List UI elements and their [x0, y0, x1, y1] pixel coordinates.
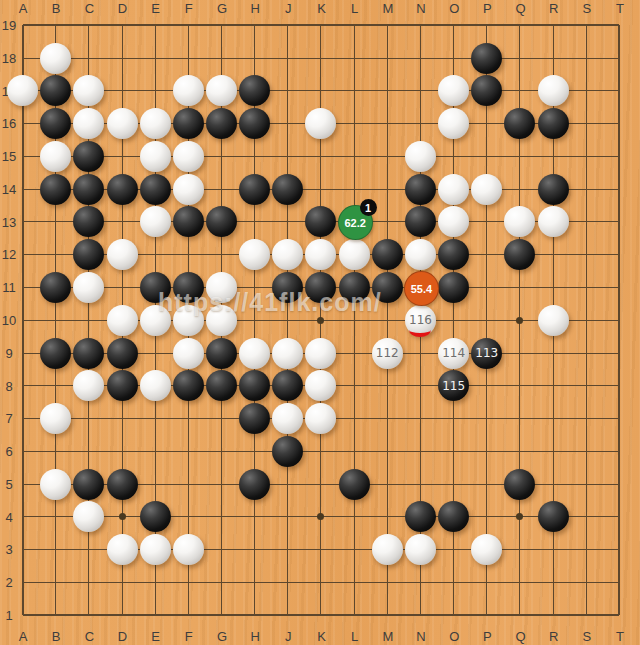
intersection-D12[interactable] [105, 238, 138, 271]
intersection-C1[interactable] [72, 599, 105, 632]
intersection-T5[interactable] [603, 468, 636, 501]
intersection-L15[interactable] [338, 140, 371, 173]
intersection-P16[interactable] [470, 107, 503, 140]
intersection-L13[interactable]: 62.21 [338, 206, 371, 239]
intersection-K7[interactable] [304, 402, 337, 435]
intersection-C2[interactable] [72, 566, 105, 599]
intersection-S8[interactable] [570, 369, 603, 402]
intersection-M18[interactable] [371, 42, 404, 75]
intersection-Q16[interactable] [503, 107, 536, 140]
intersection-J10[interactable] [271, 304, 304, 337]
intersection-H8[interactable] [238, 369, 271, 402]
intersection-O15[interactable] [437, 140, 470, 173]
intersection-O16[interactable] [437, 107, 470, 140]
intersection-D5[interactable] [105, 468, 138, 501]
intersection-M9[interactable]: 112 [371, 337, 404, 370]
ai-suggestion-green-L13[interactable]: 62.21 [338, 205, 373, 240]
intersection-N17[interactable] [404, 75, 437, 108]
intersection-C17[interactable] [72, 75, 105, 108]
intersection-E6[interactable] [139, 435, 172, 468]
intersection-E7[interactable] [139, 402, 172, 435]
intersection-F16[interactable] [172, 107, 205, 140]
intersection-S2[interactable] [570, 566, 603, 599]
intersection-J17[interactable] [271, 75, 304, 108]
intersection-C4[interactable] [72, 500, 105, 533]
ai-suggestion-orange-N11[interactable]: 55.4 [404, 271, 439, 306]
intersection-O6[interactable] [437, 435, 470, 468]
intersection-R3[interactable] [537, 533, 570, 566]
intersection-T16[interactable] [603, 107, 636, 140]
intersection-F7[interactable] [172, 402, 205, 435]
intersection-B15[interactable] [39, 140, 72, 173]
intersection-N4[interactable] [404, 500, 437, 533]
intersection-B14[interactable] [39, 173, 72, 206]
intersection-R12[interactable] [537, 238, 570, 271]
intersection-S3[interactable] [570, 533, 603, 566]
intersection-E15[interactable] [139, 140, 172, 173]
intersection-B1[interactable] [39, 599, 72, 632]
intersection-K14[interactable] [304, 173, 337, 206]
intersection-G17[interactable] [205, 75, 238, 108]
intersection-F15[interactable] [172, 140, 205, 173]
intersection-M15[interactable] [371, 140, 404, 173]
intersection-G2[interactable] [205, 566, 238, 599]
intersection-L17[interactable] [338, 75, 371, 108]
intersection-Q8[interactable] [503, 369, 536, 402]
intersection-H1[interactable] [238, 599, 271, 632]
intersection-D1[interactable] [105, 599, 138, 632]
intersection-M1[interactable] [371, 599, 404, 632]
intersection-T6[interactable] [603, 435, 636, 468]
intersection-B11[interactable] [39, 271, 72, 304]
intersection-B6[interactable] [39, 435, 72, 468]
intersection-H3[interactable] [238, 533, 271, 566]
intersection-E16[interactable] [139, 107, 172, 140]
intersection-H16[interactable] [238, 107, 271, 140]
intersection-P10[interactable] [470, 304, 503, 337]
intersection-G15[interactable] [205, 140, 238, 173]
intersection-P9[interactable]: 113 [470, 337, 503, 370]
intersection-R5[interactable] [537, 468, 570, 501]
intersection-P8[interactable] [470, 369, 503, 402]
intersection-D14[interactable] [105, 173, 138, 206]
intersection-K2[interactable] [304, 566, 337, 599]
intersection-T7[interactable] [603, 402, 636, 435]
intersection-S7[interactable] [570, 402, 603, 435]
intersection-T17[interactable] [603, 75, 636, 108]
intersection-E14[interactable] [139, 173, 172, 206]
intersection-N10[interactable]: 116 [404, 304, 437, 337]
intersection-T10[interactable] [603, 304, 636, 337]
intersection-S12[interactable] [570, 238, 603, 271]
intersection-C16[interactable] [72, 107, 105, 140]
intersection-L6[interactable] [338, 435, 371, 468]
intersection-S15[interactable] [570, 140, 603, 173]
intersection-D13[interactable] [105, 206, 138, 239]
intersection-E8[interactable] [139, 369, 172, 402]
intersection-Q18[interactable] [503, 42, 536, 75]
intersection-L11[interactable] [338, 271, 371, 304]
intersection-K18[interactable] [304, 42, 337, 75]
intersection-P7[interactable] [470, 402, 503, 435]
intersection-G3[interactable] [205, 533, 238, 566]
intersection-F10[interactable] [172, 304, 205, 337]
intersection-T2[interactable] [603, 566, 636, 599]
intersection-F14[interactable] [172, 173, 205, 206]
intersection-J7[interactable] [271, 402, 304, 435]
intersection-L8[interactable] [338, 369, 371, 402]
intersection-Q10[interactable] [503, 304, 536, 337]
intersection-N3[interactable] [404, 533, 437, 566]
intersection-K13[interactable] [304, 206, 337, 239]
intersection-N18[interactable] [404, 42, 437, 75]
intersection-R1[interactable] [537, 599, 570, 632]
intersection-D9[interactable] [105, 337, 138, 370]
intersection-L4[interactable] [338, 500, 371, 533]
intersection-C11[interactable] [72, 271, 105, 304]
intersection-T14[interactable] [603, 173, 636, 206]
intersection-O1[interactable] [437, 599, 470, 632]
intersection-B18[interactable] [39, 42, 72, 75]
intersection-M3[interactable] [371, 533, 404, 566]
intersection-L2[interactable] [338, 566, 371, 599]
intersection-C10[interactable] [72, 304, 105, 337]
intersection-P1[interactable] [470, 599, 503, 632]
intersection-O9[interactable]: 114 [437, 337, 470, 370]
intersection-B12[interactable] [39, 238, 72, 271]
intersection-B5[interactable] [39, 468, 72, 501]
intersection-C7[interactable] [72, 402, 105, 435]
intersection-Q4[interactable] [503, 500, 536, 533]
intersection-P5[interactable] [470, 468, 503, 501]
intersection-C3[interactable] [72, 533, 105, 566]
intersection-N1[interactable] [404, 599, 437, 632]
intersection-L1[interactable] [338, 599, 371, 632]
intersection-F13[interactable] [172, 206, 205, 239]
intersection-J15[interactable] [271, 140, 304, 173]
intersection-R6[interactable] [537, 435, 570, 468]
intersection-Q15[interactable] [503, 140, 536, 173]
intersection-E11[interactable] [139, 271, 172, 304]
intersection-O4[interactable] [437, 500, 470, 533]
intersection-N6[interactable] [404, 435, 437, 468]
intersection-H11[interactable] [238, 271, 271, 304]
intersection-L16[interactable] [338, 107, 371, 140]
intersection-B8[interactable] [39, 369, 72, 402]
intersection-O3[interactable] [437, 533, 470, 566]
intersection-E17[interactable] [139, 75, 172, 108]
intersection-K4[interactable] [304, 500, 337, 533]
intersection-E5[interactable] [139, 468, 172, 501]
intersection-H10[interactable] [238, 304, 271, 337]
intersection-F18[interactable] [172, 42, 205, 75]
intersection-J12[interactable] [271, 238, 304, 271]
intersection-O18[interactable] [437, 42, 470, 75]
intersection-O8[interactable]: 115 [437, 369, 470, 402]
intersection-O5[interactable] [437, 468, 470, 501]
intersection-F3[interactable] [172, 533, 205, 566]
intersection-T15[interactable] [603, 140, 636, 173]
intersection-R14[interactable] [537, 173, 570, 206]
intersection-K16[interactable] [304, 107, 337, 140]
intersection-J3[interactable] [271, 533, 304, 566]
intersection-O12[interactable] [437, 238, 470, 271]
intersection-F6[interactable] [172, 435, 205, 468]
intersection-H7[interactable] [238, 402, 271, 435]
intersection-M6[interactable] [371, 435, 404, 468]
intersection-T8[interactable] [603, 369, 636, 402]
intersection-J5[interactable] [271, 468, 304, 501]
intersection-Q7[interactable] [503, 402, 536, 435]
intersection-C6[interactable] [72, 435, 105, 468]
intersection-K12[interactable] [304, 238, 337, 271]
intersection-N13[interactable] [404, 206, 437, 239]
intersection-S16[interactable] [570, 107, 603, 140]
intersection-L12[interactable] [338, 238, 371, 271]
intersection-R11[interactable] [537, 271, 570, 304]
intersection-D4[interactable] [105, 500, 138, 533]
intersection-N11[interactable]: 55.4 [404, 271, 437, 304]
intersection-G6[interactable] [205, 435, 238, 468]
intersection-T18[interactable] [603, 42, 636, 75]
intersection-D18[interactable] [105, 42, 138, 75]
intersection-H17[interactable] [238, 75, 271, 108]
intersection-M17[interactable] [371, 75, 404, 108]
intersection-G8[interactable] [205, 369, 238, 402]
intersection-H12[interactable] [238, 238, 271, 271]
intersection-N2[interactable] [404, 566, 437, 599]
intersection-O11[interactable] [437, 271, 470, 304]
intersection-M8[interactable] [371, 369, 404, 402]
intersection-G12[interactable] [205, 238, 238, 271]
intersection-M5[interactable] [371, 468, 404, 501]
intersection-D7[interactable] [105, 402, 138, 435]
intersection-O17[interactable] [437, 75, 470, 108]
intersection-F2[interactable] [172, 566, 205, 599]
intersection-B10[interactable] [39, 304, 72, 337]
intersection-T4[interactable] [603, 500, 636, 533]
intersection-S14[interactable] [570, 173, 603, 206]
intersection-C14[interactable] [72, 173, 105, 206]
intersection-Q2[interactable] [503, 566, 536, 599]
intersection-S9[interactable] [570, 337, 603, 370]
intersection-T3[interactable] [603, 533, 636, 566]
intersection-M11[interactable] [371, 271, 404, 304]
intersection-J4[interactable] [271, 500, 304, 533]
intersection-E10[interactable] [139, 304, 172, 337]
intersection-C9[interactable] [72, 337, 105, 370]
intersection-K17[interactable] [304, 75, 337, 108]
intersection-K8[interactable] [304, 369, 337, 402]
intersection-H15[interactable] [238, 140, 271, 173]
intersection-P15[interactable] [470, 140, 503, 173]
intersection-J1[interactable] [271, 599, 304, 632]
intersection-Q12[interactable] [503, 238, 536, 271]
intersection-O10[interactable] [437, 304, 470, 337]
intersection-F17[interactable] [172, 75, 205, 108]
intersection-N12[interactable] [404, 238, 437, 271]
intersection-E3[interactable] [139, 533, 172, 566]
intersection-G18[interactable] [205, 42, 238, 75]
intersection-R2[interactable] [537, 566, 570, 599]
intersection-N8[interactable] [404, 369, 437, 402]
intersection-B16[interactable] [39, 107, 72, 140]
intersection-O2[interactable] [437, 566, 470, 599]
intersection-R15[interactable] [537, 140, 570, 173]
intersection-N14[interactable] [404, 173, 437, 206]
intersection-M10[interactable] [371, 304, 404, 337]
intersection-M14[interactable] [371, 173, 404, 206]
intersection-S1[interactable] [570, 599, 603, 632]
intersection-P2[interactable] [470, 566, 503, 599]
intersection-Q5[interactable] [503, 468, 536, 501]
intersection-S6[interactable] [570, 435, 603, 468]
intersection-D8[interactable] [105, 369, 138, 402]
intersection-G16[interactable] [205, 107, 238, 140]
intersection-J2[interactable] [271, 566, 304, 599]
intersection-F5[interactable] [172, 468, 205, 501]
intersection-K3[interactable] [304, 533, 337, 566]
intersection-G7[interactable] [205, 402, 238, 435]
intersection-C18[interactable] [72, 42, 105, 75]
intersection-E2[interactable] [139, 566, 172, 599]
intersection-E13[interactable] [139, 206, 172, 239]
intersection-T13[interactable] [603, 206, 636, 239]
intersection-P13[interactable] [470, 206, 503, 239]
intersection-Q13[interactable] [503, 206, 536, 239]
intersection-J11[interactable] [271, 271, 304, 304]
intersection-T11[interactable] [603, 271, 636, 304]
intersection-J18[interactable] [271, 42, 304, 75]
intersection-Q1[interactable] [503, 599, 536, 632]
intersection-S10[interactable] [570, 304, 603, 337]
intersection-A17[interactable] [6, 75, 39, 108]
intersection-G10[interactable] [205, 304, 238, 337]
intersection-B9[interactable] [39, 337, 72, 370]
intersection-M12[interactable] [371, 238, 404, 271]
intersection-H13[interactable] [238, 206, 271, 239]
intersection-H2[interactable] [238, 566, 271, 599]
intersection-R16[interactable] [537, 107, 570, 140]
intersection-K6[interactable] [304, 435, 337, 468]
intersection-G13[interactable] [205, 206, 238, 239]
intersection-P12[interactable] [470, 238, 503, 271]
intersection-Q9[interactable] [503, 337, 536, 370]
intersection-S13[interactable] [570, 206, 603, 239]
intersection-O13[interactable] [437, 206, 470, 239]
intersection-P14[interactable] [470, 173, 503, 206]
intersection-E9[interactable] [139, 337, 172, 370]
intersection-Q6[interactable] [503, 435, 536, 468]
intersection-R13[interactable] [537, 206, 570, 239]
intersection-S5[interactable] [570, 468, 603, 501]
intersection-G1[interactable] [205, 599, 238, 632]
intersection-L3[interactable] [338, 533, 371, 566]
intersection-G14[interactable] [205, 173, 238, 206]
intersection-F1[interactable] [172, 599, 205, 632]
intersection-H4[interactable] [238, 500, 271, 533]
intersection-F12[interactable] [172, 238, 205, 271]
intersection-J6[interactable] [271, 435, 304, 468]
intersection-K1[interactable] [304, 599, 337, 632]
intersection-F9[interactable] [172, 337, 205, 370]
intersection-R8[interactable] [537, 369, 570, 402]
intersection-N5[interactable] [404, 468, 437, 501]
intersection-D11[interactable] [105, 271, 138, 304]
intersection-E12[interactable] [139, 238, 172, 271]
intersection-C15[interactable] [72, 140, 105, 173]
intersection-Q3[interactable] [503, 533, 536, 566]
intersection-G9[interactable] [205, 337, 238, 370]
intersection-H9[interactable] [238, 337, 271, 370]
intersection-C12[interactable] [72, 238, 105, 271]
intersection-R7[interactable] [537, 402, 570, 435]
intersection-D16[interactable] [105, 107, 138, 140]
intersection-N16[interactable] [404, 107, 437, 140]
intersection-K5[interactable] [304, 468, 337, 501]
intersection-Q17[interactable] [503, 75, 536, 108]
intersection-F8[interactable] [172, 369, 205, 402]
intersection-M16[interactable] [371, 107, 404, 140]
intersection-D3[interactable] [105, 533, 138, 566]
intersection-J8[interactable] [271, 369, 304, 402]
intersection-S17[interactable] [570, 75, 603, 108]
intersection-N9[interactable] [404, 337, 437, 370]
intersection-C13[interactable] [72, 206, 105, 239]
intersection-B17[interactable] [39, 75, 72, 108]
intersection-R17[interactable] [537, 75, 570, 108]
intersection-K9[interactable] [304, 337, 337, 370]
intersection-R4[interactable] [537, 500, 570, 533]
intersection-L5[interactable] [338, 468, 371, 501]
intersection-P3[interactable] [470, 533, 503, 566]
intersection-L10[interactable] [338, 304, 371, 337]
intersection-L7[interactable] [338, 402, 371, 435]
intersection-E4[interactable] [139, 500, 172, 533]
intersection-J16[interactable] [271, 107, 304, 140]
intersection-G4[interactable] [205, 500, 238, 533]
intersection-S18[interactable] [570, 42, 603, 75]
intersection-D15[interactable] [105, 140, 138, 173]
intersection-J13[interactable] [271, 206, 304, 239]
intersection-J9[interactable] [271, 337, 304, 370]
intersection-P4[interactable] [470, 500, 503, 533]
intersection-T9[interactable] [603, 337, 636, 370]
intersection-P18[interactable] [470, 42, 503, 75]
intersection-D2[interactable] [105, 566, 138, 599]
intersection-B7[interactable] [39, 402, 72, 435]
intersection-T1[interactable] [603, 599, 636, 632]
intersection-Q14[interactable] [503, 173, 536, 206]
intersection-M4[interactable] [371, 500, 404, 533]
intersection-M7[interactable] [371, 402, 404, 435]
intersection-G11[interactable] [205, 271, 238, 304]
intersection-R9[interactable] [537, 337, 570, 370]
intersection-P6[interactable] [470, 435, 503, 468]
intersection-D6[interactable] [105, 435, 138, 468]
intersection-C8[interactable] [72, 369, 105, 402]
intersection-R10[interactable] [537, 304, 570, 337]
intersection-N7[interactable] [404, 402, 437, 435]
intersection-B3[interactable] [39, 533, 72, 566]
intersection-O14[interactable] [437, 173, 470, 206]
intersection-L18[interactable] [338, 42, 371, 75]
intersection-H5[interactable] [238, 468, 271, 501]
intersection-D10[interactable] [105, 304, 138, 337]
intersection-K10[interactable] [304, 304, 337, 337]
intersection-S4[interactable] [570, 500, 603, 533]
intersection-N15[interactable] [404, 140, 437, 173]
